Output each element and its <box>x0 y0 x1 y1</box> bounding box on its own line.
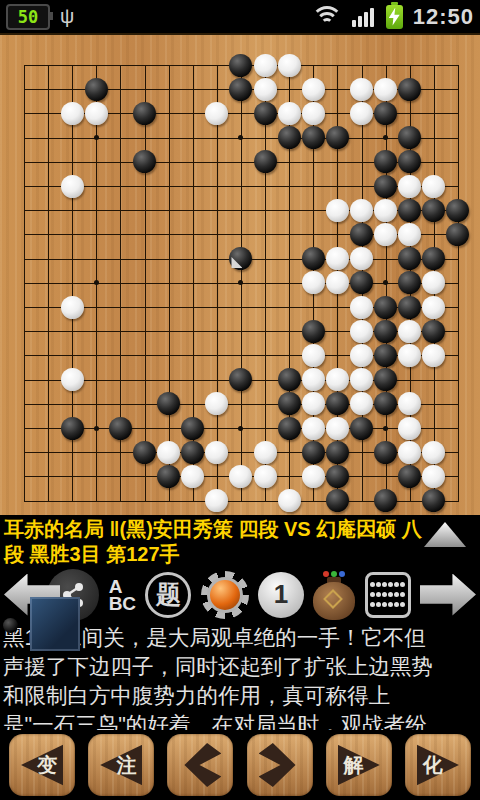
black-stone <box>109 417 132 440</box>
white-stone <box>61 175 84 198</box>
black-stone <box>374 344 397 367</box>
black-stone <box>302 320 325 343</box>
white-stone <box>374 223 397 246</box>
black-stone <box>374 489 397 512</box>
white-stone <box>302 465 325 488</box>
white-stone <box>374 199 397 222</box>
white-stone <box>398 441 421 464</box>
white-stone <box>61 296 84 319</box>
white-stone <box>157 441 180 464</box>
black-stone <box>422 320 445 343</box>
white-stone <box>302 271 325 294</box>
star-point <box>94 426 99 431</box>
black-stone <box>326 489 349 512</box>
black-stone <box>157 465 180 488</box>
white-stone <box>278 54 301 77</box>
annotation-button[interactable]: 注 <box>88 734 154 796</box>
transform-button[interactable]: 化 <box>405 734 471 796</box>
white-stone <box>326 199 349 222</box>
black-stone <box>229 54 252 77</box>
battery-level-icon: 50 <box>6 4 50 30</box>
black-stone <box>278 392 301 415</box>
black-stone <box>61 417 84 440</box>
wifi-icon <box>312 6 342 28</box>
white-stone <box>350 344 373 367</box>
signal-bars-icon <box>352 7 374 27</box>
game-title-line2: 段 黑胜3目 第127手 <box>4 542 476 567</box>
commentary-line: 和限制白方中腹势力的作用，真可称得上 <box>3 682 477 711</box>
abc-letters-button[interactable]: A BC <box>109 578 136 612</box>
black-stone <box>446 199 469 222</box>
black-stone <box>398 296 421 319</box>
black-stone <box>374 175 397 198</box>
star-point <box>383 426 388 431</box>
chevron-right-icon <box>259 743 301 787</box>
white-stone <box>422 441 445 464</box>
black-stone <box>422 489 445 512</box>
black-stone <box>254 102 277 125</box>
settings-gear-button[interactable] <box>201 571 249 619</box>
black-stone <box>398 465 421 488</box>
white-stone <box>302 368 325 391</box>
white-stone <box>326 368 349 391</box>
lightning-bolt-icon <box>389 8 400 26</box>
white-stone <box>181 465 204 488</box>
black-stone <box>374 102 397 125</box>
white-stone <box>302 102 325 125</box>
black-stone <box>326 441 349 464</box>
board-grid-button[interactable] <box>365 572 411 618</box>
money-bag-button[interactable] <box>313 570 355 620</box>
previous-move-button[interactable] <box>167 734 233 796</box>
black-stone <box>85 78 108 101</box>
black-stone <box>278 417 301 440</box>
black-stone <box>326 126 349 149</box>
battery-charging-icon <box>386 5 403 29</box>
white-stone <box>278 102 301 125</box>
game-title-bar: 耳赤的名局 ‖(黑)安田秀策 四段 VS 幻庵因硕 八 段 黑胜3目 第127手 <box>0 515 480 566</box>
go-board[interactable] <box>0 33 480 515</box>
black-stone <box>302 126 325 149</box>
black-stone <box>133 102 156 125</box>
gear-orange-ball-icon <box>210 580 240 610</box>
black-stone <box>278 126 301 149</box>
white-stone <box>85 102 108 125</box>
black-stone <box>422 199 445 222</box>
white-stone <box>302 392 325 415</box>
black-stone <box>374 441 397 464</box>
white-stone <box>398 344 421 367</box>
black-stone <box>278 368 301 391</box>
next-move-button[interactable] <box>247 734 313 796</box>
white-stone <box>205 489 228 512</box>
commentary-line: 声援了下边四子，同时还起到了扩张上边黑势 <box>3 653 477 682</box>
white-stone <box>302 417 325 440</box>
forward-arrow-button[interactable] <box>420 574 476 616</box>
black-stone <box>133 441 156 464</box>
black-stone <box>181 441 204 464</box>
white-stone <box>398 175 421 198</box>
black-stone <box>181 417 204 440</box>
white-stone <box>398 223 421 246</box>
white-stone <box>350 320 373 343</box>
black-stone <box>398 199 421 222</box>
explain-button[interactable]: 解 <box>326 734 392 796</box>
mini-book-overlay <box>30 597 80 651</box>
white-stone <box>61 102 84 125</box>
white-stone <box>350 247 373 270</box>
black-stone <box>374 296 397 319</box>
black-stone <box>398 78 421 101</box>
bottom-button-bar: 变 注 解 化 <box>0 730 480 800</box>
white-stone <box>61 368 84 391</box>
triangle-marker-icon <box>231 257 242 268</box>
mini-stone-overlay <box>3 618 18 633</box>
black-stone <box>446 223 469 246</box>
white-stone <box>326 417 349 440</box>
black-stone <box>350 417 373 440</box>
variation-button[interactable]: 变 <box>9 734 75 796</box>
white-stone <box>205 441 228 464</box>
black-stone <box>350 223 373 246</box>
white-stone <box>278 489 301 512</box>
white-stone <box>422 175 445 198</box>
black-stone <box>326 465 349 488</box>
game-title-line1: 耳赤的名局 ‖(黑)安田秀策 四段 VS 幻庵因硕 八 <box>4 517 476 542</box>
white-stone <box>350 102 373 125</box>
move-number-button[interactable]: 1 <box>258 572 304 618</box>
white-stone <box>302 344 325 367</box>
chevron-left-icon <box>179 743 221 787</box>
white-stone <box>374 78 397 101</box>
white-stone <box>350 296 373 319</box>
white-stone <box>254 54 277 77</box>
problem-topic-button[interactable]: 题 <box>145 572 191 618</box>
black-stone <box>302 441 325 464</box>
star-point <box>94 135 99 140</box>
white-stone <box>254 78 277 101</box>
white-stone <box>422 296 445 319</box>
white-stone <box>254 441 277 464</box>
white-stone <box>302 78 325 101</box>
black-stone <box>374 320 397 343</box>
white-stone <box>350 199 373 222</box>
white-stone <box>350 368 373 391</box>
black-stone <box>302 247 325 270</box>
usb-icon: ψ <box>60 5 74 28</box>
white-stone <box>398 417 421 440</box>
white-stone <box>398 320 421 343</box>
white-stone <box>350 78 373 101</box>
black-stone <box>254 150 277 173</box>
clock: 12:50 <box>413 4 474 30</box>
white-stone <box>254 465 277 488</box>
white-stone <box>326 247 349 270</box>
status-bar: 50 ψ 12:50 <box>0 0 480 33</box>
